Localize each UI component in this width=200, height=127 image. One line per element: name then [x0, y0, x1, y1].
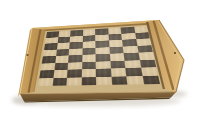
board-square-r8c1: [38, 78, 53, 86]
board-square-r8c3: [66, 77, 81, 85]
checkerboard-grid: [38, 26, 160, 86]
board-square-r8c4: [81, 77, 96, 86]
board-square-r8c8: [142, 75, 160, 84]
board-photo: [0, 0, 200, 127]
board-square-r8c5: [96, 76, 112, 85]
board-square-r8c2: [52, 77, 67, 85]
board-square-r8c7: [126, 76, 143, 85]
board-square-r8c6: [111, 76, 127, 85]
